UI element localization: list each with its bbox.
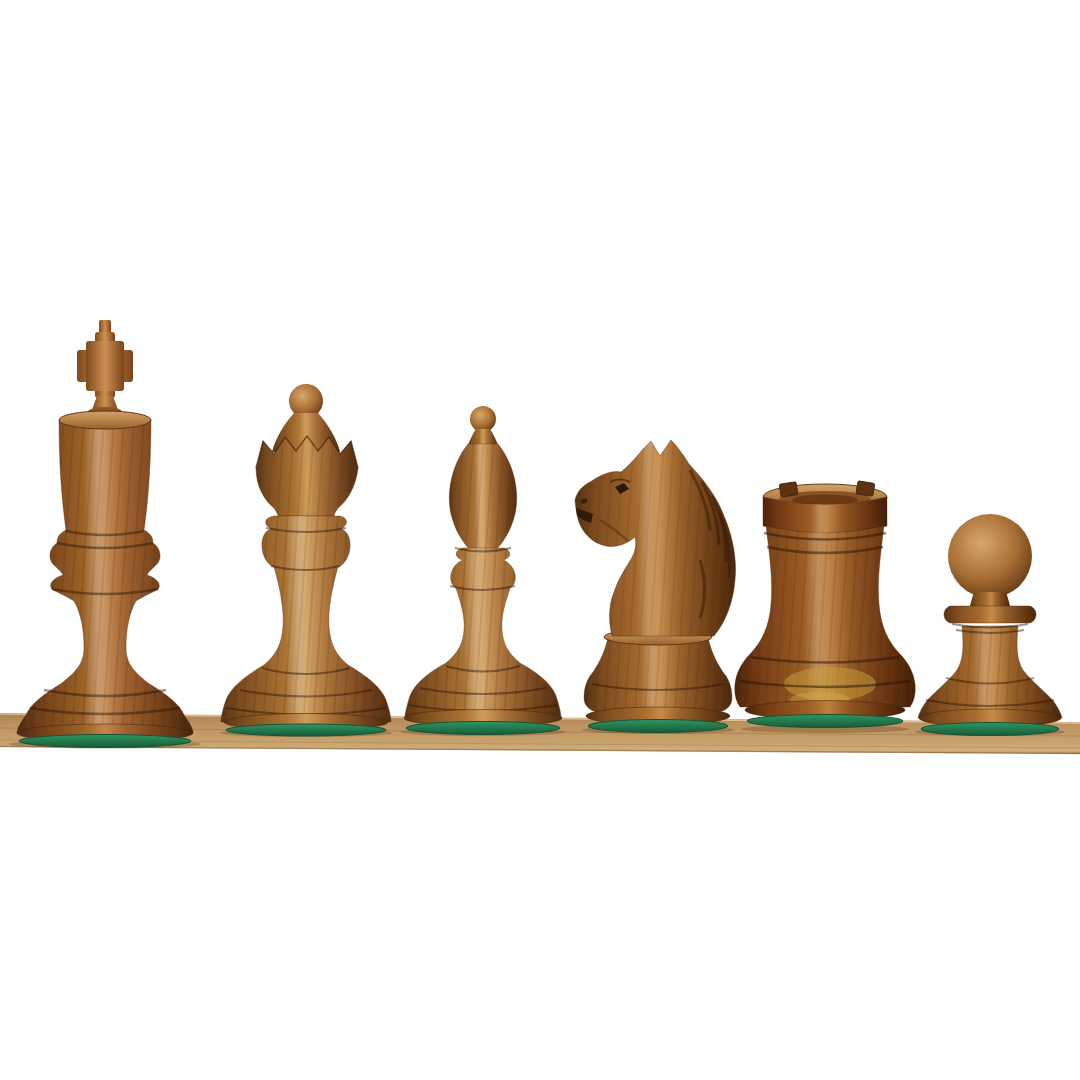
pawn-ball-head xyxy=(948,514,1032,598)
king-cone-top xyxy=(59,411,151,429)
king-felt-base xyxy=(19,735,191,748)
queen-ball-finial xyxy=(289,384,323,418)
bishop-felt-base xyxy=(406,722,560,735)
knight-felt-base xyxy=(588,720,728,733)
pawn-felt-base xyxy=(921,723,1059,736)
queen-felt-base xyxy=(226,724,386,736)
rook-felt-base xyxy=(747,715,903,728)
white-background xyxy=(0,0,1080,1080)
bishop-ball-finial xyxy=(470,406,496,432)
chess-pieces-photo xyxy=(0,0,1080,1080)
photo-canvas xyxy=(0,0,1080,1080)
